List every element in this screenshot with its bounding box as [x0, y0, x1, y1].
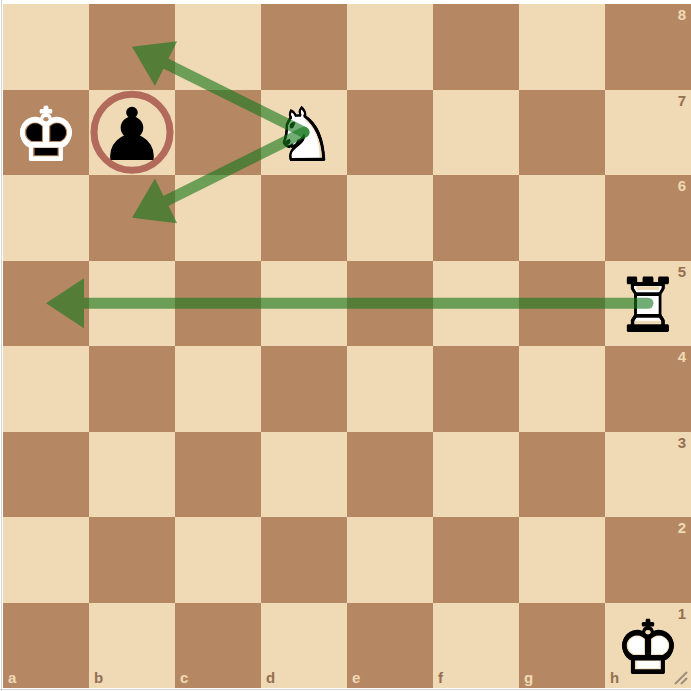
square-c7[interactable]	[175, 90, 261, 176]
square-d5[interactable]	[261, 261, 347, 347]
square-e1[interactable]	[347, 603, 433, 689]
square-b3[interactable]	[89, 432, 175, 518]
square-d8[interactable]	[261, 4, 347, 90]
page: 87654321abcdefgh♚♔♟♞♘♜♖♚♔	[0, 0, 691, 691]
square-f7[interactable]	[433, 90, 519, 176]
white-rook-outline: ♖	[615, 269, 680, 342]
square-g4[interactable]	[519, 346, 605, 432]
square-g8[interactable]	[519, 4, 605, 90]
square-c6[interactable]	[175, 175, 261, 261]
square-d2[interactable]	[261, 517, 347, 603]
square-h7[interactable]	[605, 90, 691, 176]
square-e8[interactable]	[347, 4, 433, 90]
square-f2[interactable]	[433, 517, 519, 603]
black-king[interactable]: ♚♔	[3, 90, 89, 176]
square-d6[interactable]	[261, 175, 347, 261]
square-h8[interactable]	[605, 4, 691, 90]
square-h6[interactable]	[605, 175, 691, 261]
square-e4[interactable]	[347, 346, 433, 432]
square-f8[interactable]	[433, 4, 519, 90]
square-g6[interactable]	[519, 175, 605, 261]
black-pawn[interactable]: ♟	[89, 90, 175, 176]
white-rook[interactable]: ♜♖	[605, 261, 691, 347]
square-f4[interactable]	[433, 346, 519, 432]
square-c8[interactable]	[175, 4, 261, 90]
black-pawn-glyph: ♟	[99, 98, 164, 171]
window-edge-left	[1, 0, 2, 691]
square-b8[interactable]	[89, 4, 175, 90]
square-h3[interactable]	[605, 432, 691, 518]
square-c2[interactable]	[175, 517, 261, 603]
square-c4[interactable]	[175, 346, 261, 432]
square-g3[interactable]	[519, 432, 605, 518]
square-e5[interactable]	[347, 261, 433, 347]
square-a6[interactable]	[3, 175, 89, 261]
square-f6[interactable]	[433, 175, 519, 261]
square-e3[interactable]	[347, 432, 433, 518]
square-e2[interactable]	[347, 517, 433, 603]
square-g5[interactable]	[519, 261, 605, 347]
square-a2[interactable]	[3, 517, 89, 603]
square-a8[interactable]	[3, 4, 89, 90]
square-c5[interactable]	[175, 261, 261, 347]
square-h4[interactable]	[605, 346, 691, 432]
white-knight[interactable]: ♞♘	[261, 90, 347, 176]
square-g1[interactable]	[519, 603, 605, 689]
square-d3[interactable]	[261, 432, 347, 518]
square-c1[interactable]	[175, 603, 261, 689]
square-d1[interactable]	[261, 603, 347, 689]
square-b4[interactable]	[89, 346, 175, 432]
square-b2[interactable]	[89, 517, 175, 603]
square-a3[interactable]	[3, 432, 89, 518]
window-edge-bottom	[0, 689, 691, 690]
square-c3[interactable]	[175, 432, 261, 518]
board-resize-handle[interactable]	[671, 668, 689, 686]
square-a4[interactable]	[3, 346, 89, 432]
square-g7[interactable]	[519, 90, 605, 176]
square-b1[interactable]	[89, 603, 175, 689]
square-a5[interactable]	[3, 261, 89, 347]
square-f5[interactable]	[433, 261, 519, 347]
square-f3[interactable]	[433, 432, 519, 518]
square-h2[interactable]	[605, 517, 691, 603]
square-f1[interactable]	[433, 603, 519, 689]
square-g2[interactable]	[519, 517, 605, 603]
chess-board: 87654321abcdefgh♚♔♟♞♘♜♖♚♔	[3, 4, 691, 688]
square-e6[interactable]	[347, 175, 433, 261]
square-d4[interactable]	[261, 346, 347, 432]
white-knight-outline: ♘	[271, 98, 336, 171]
black-king-outline: ♔	[13, 98, 78, 171]
square-b6[interactable]	[89, 175, 175, 261]
square-e7[interactable]	[347, 90, 433, 176]
square-a1[interactable]	[3, 603, 89, 689]
square-b5[interactable]	[89, 261, 175, 347]
